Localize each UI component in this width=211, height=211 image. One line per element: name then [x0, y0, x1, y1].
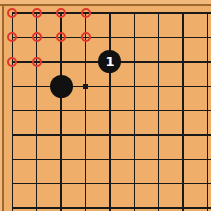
circle-mark [32, 32, 42, 42]
grid-line-horizontal [12, 159, 211, 160]
grid-line-vertical [158, 12, 159, 211]
black-stone[interactable] [50, 75, 73, 98]
circle-mark [56, 8, 66, 18]
circle-mark [7, 8, 17, 18]
grid-line-vertical [12, 12, 13, 211]
grid-line-vertical [85, 12, 86, 211]
grid-line-vertical [134, 12, 135, 211]
go-board[interactable]: 1 [0, 0, 211, 211]
circle-mark [32, 57, 42, 67]
go-diagram-screenshot: 1 [0, 0, 211, 211]
star-point [83, 84, 88, 89]
circle-mark [7, 57, 17, 67]
circle-mark [56, 32, 66, 42]
grid-line-vertical [182, 12, 183, 211]
circle-mark [7, 32, 17, 42]
grid-line-horizontal [12, 183, 211, 184]
grid-line-horizontal [12, 86, 211, 87]
black-stone[interactable]: 1 [98, 50, 121, 73]
circle-mark [81, 8, 91, 18]
grid-line-horizontal [12, 207, 211, 208]
grid-line-vertical [207, 12, 208, 211]
circle-mark [32, 8, 42, 18]
grid-line-horizontal [12, 134, 211, 135]
grid-line-vertical [60, 12, 61, 211]
move-number-label: 1 [105, 55, 114, 68]
grid-line-vertical [109, 12, 110, 211]
grid-line-horizontal [12, 110, 211, 111]
circle-mark [81, 32, 91, 42]
grid-line-vertical [36, 12, 37, 211]
